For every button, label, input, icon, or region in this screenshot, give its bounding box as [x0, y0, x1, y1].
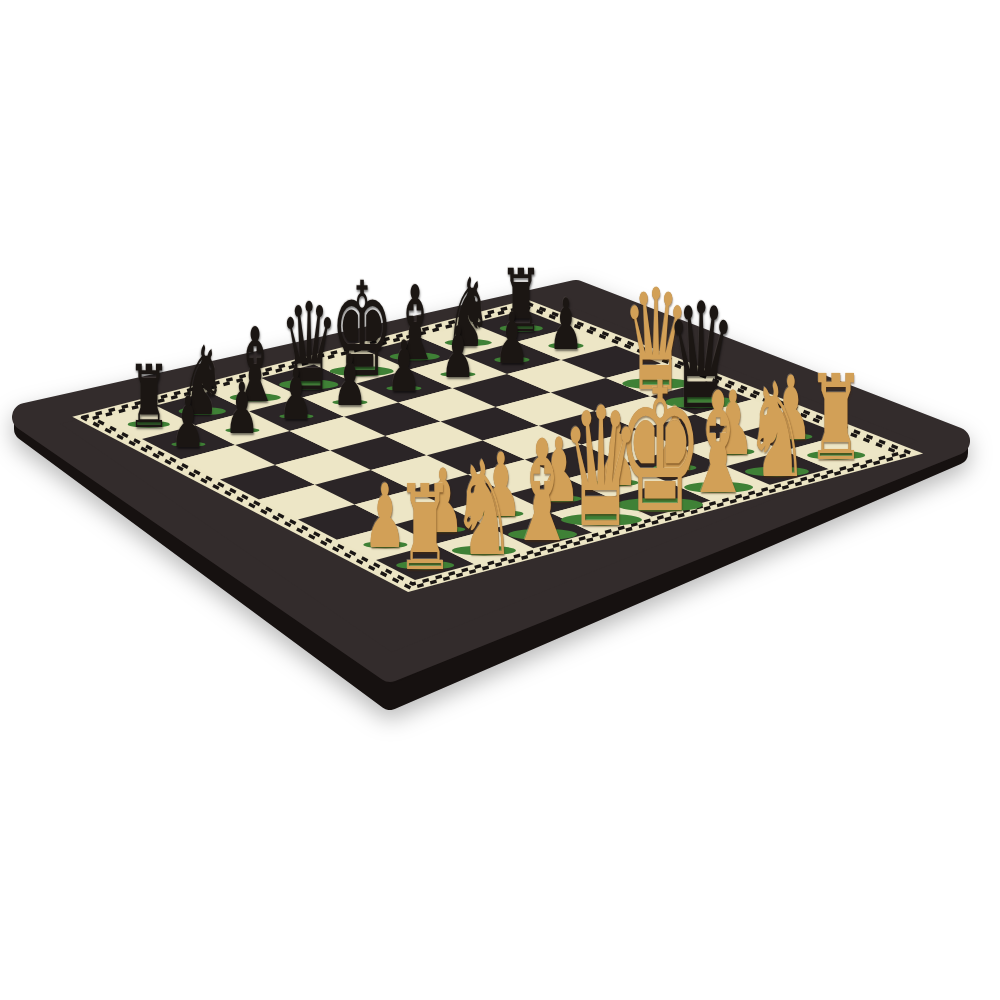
green-felt-pad [225, 427, 260, 433]
white-pawn-e2: ♟ [578, 413, 656, 500]
white-queen-d1: ♛ [528, 389, 673, 551]
white-knight-b1: ♞ [426, 447, 540, 575]
queen-glyph: ♛ [622, 271, 690, 411]
rook-glyph: ♜ [396, 470, 453, 588]
green-felt-pad [653, 464, 696, 471]
black-pawn-h7: ♟ [535, 290, 597, 360]
green-felt-pad [769, 433, 812, 440]
green-felt-pad [330, 366, 394, 376]
black-bishop-c8: ♝ [210, 316, 300, 417]
black-pawn-f7: ♟ [427, 318, 489, 388]
green-felt-pad [230, 394, 280, 402]
white-rook-h1: ♜ [784, 362, 888, 478]
white-pawn-b2: ♟ [404, 459, 482, 546]
pawn-glyph: ♟ [441, 317, 475, 388]
bishop-glyph: ♝ [685, 374, 753, 514]
rook-glyph: ♜ [500, 258, 542, 345]
green-felt-pad [279, 380, 338, 389]
green-felt-pad [390, 352, 440, 360]
pawn-glyph: ♟ [387, 331, 421, 402]
white-knight-g1: ♞ [720, 368, 834, 496]
king-glyph: ♚ [330, 265, 393, 395]
green-felt-pad [441, 371, 476, 377]
white-pawn-h2: ♟ [752, 366, 830, 453]
knight-glyph: ♞ [445, 265, 491, 360]
queen-glyph: ♛ [666, 284, 737, 430]
black-bishop-f8: ♝ [370, 275, 460, 376]
black-pawn-g7: ♟ [481, 304, 543, 374]
green-felt-pad [364, 541, 407, 548]
pawn-glyph: ♟ [712, 380, 755, 469]
pawn-glyph: ♟ [538, 427, 581, 516]
green-felt-pad [595, 479, 638, 486]
white-bishop-f1: ♝ [657, 376, 780, 513]
black-pawn-d7: ♟ [319, 346, 381, 416]
white-king-e1: ♚ [581, 363, 738, 538]
green-felt-pad [396, 561, 454, 570]
green-felt-pad [684, 482, 753, 493]
green-felt-pad [665, 396, 737, 407]
green-felt-pad [807, 451, 865, 460]
white-queen-h5: ♛ [595, 273, 718, 410]
pawn-glyph: ♟ [770, 365, 813, 454]
queen-glyph: ♛ [561, 386, 641, 551]
green-felt-pad [508, 529, 577, 540]
pawn-glyph: ♟ [279, 359, 313, 430]
white-rook-a1: ♜ [373, 472, 477, 588]
pawn-glyph: ♟ [364, 473, 407, 562]
black-queen-h4: ♛ [637, 286, 766, 429]
green-felt-pad [480, 510, 523, 517]
white-pawn-g2: ♟ [694, 382, 772, 469]
pieces-layer: ♜♞♝♛♚♝♞♜♟♟♟♟♟♟♟♟♛♛♟♟♟♟♟♟♟♟♜♞♝♛♚♝♞♜ [0, 0, 1000, 1000]
green-felt-pad [333, 399, 368, 405]
black-pawn-b7: ♟ [211, 374, 273, 444]
chess-set-product-photo: ♜♞♝♛♚♝♞♜♟♟♟♟♟♟♟♟♛♛♟♟♟♟♟♟♟♟♜♞♝♛♚♝♞♜ [0, 0, 1000, 1000]
pawn-glyph: ♟ [549, 288, 583, 359]
green-felt-pad [561, 513, 642, 526]
king-glyph: ♚ [617, 360, 703, 538]
white-pawn-c2: ♟ [462, 443, 540, 530]
knight-glyph: ♞ [452, 445, 515, 575]
green-felt-pad [422, 526, 465, 533]
green-felt-pad [616, 497, 703, 511]
black-pawn-a7: ♟ [157, 388, 219, 458]
bishop-glyph: ♝ [390, 273, 440, 376]
black-rook-a8: ♜ [111, 356, 187, 441]
rook-glyph: ♜ [807, 360, 864, 478]
white-bishop-c1: ♝ [481, 423, 604, 560]
green-felt-pad [711, 449, 754, 456]
green-felt-pad [179, 407, 226, 414]
green-felt-pad [128, 421, 170, 428]
bishop-glyph: ♝ [231, 315, 281, 418]
pawn-glyph: ♟ [225, 373, 259, 444]
black-pawn-e7: ♟ [373, 332, 435, 402]
white-pawn-d2: ♟ [520, 428, 598, 515]
black-queen-d8: ♛ [255, 288, 361, 407]
green-felt-pad [622, 379, 691, 390]
pawn-glyph: ♟ [654, 396, 697, 485]
knight-glyph: ♞ [179, 334, 225, 429]
green-felt-pad [495, 357, 530, 363]
bishop-glyph: ♝ [508, 421, 576, 561]
pawn-glyph: ♟ [480, 442, 523, 531]
knight-glyph: ♞ [746, 366, 809, 496]
green-felt-pad [549, 343, 584, 349]
green-felt-pad [387, 385, 422, 391]
green-felt-pad [171, 441, 206, 447]
rook-glyph: ♜ [128, 355, 170, 442]
green-felt-pad [745, 466, 809, 476]
pawn-glyph: ♟ [171, 387, 205, 458]
pawn-glyph: ♟ [596, 411, 639, 500]
green-felt-pad [452, 545, 516, 555]
black-pawn-c7: ♟ [265, 360, 327, 430]
green-felt-pad [279, 413, 314, 419]
pawn-glyph: ♟ [495, 302, 529, 373]
green-felt-pad [538, 495, 581, 502]
white-pawn-a2: ♟ [347, 474, 425, 561]
black-rook-h8: ♜ [483, 260, 559, 345]
black-king-e8: ♚ [304, 267, 419, 395]
pawn-glyph: ♟ [333, 345, 367, 416]
green-felt-pad [500, 325, 542, 332]
pawn-glyph: ♟ [422, 458, 465, 547]
queen-glyph: ♛ [279, 286, 337, 407]
green-felt-pad [445, 339, 492, 346]
black-knight-g8: ♞ [426, 267, 510, 360]
white-pawn-f2: ♟ [636, 397, 714, 484]
black-knight-b8: ♞ [160, 336, 244, 429]
